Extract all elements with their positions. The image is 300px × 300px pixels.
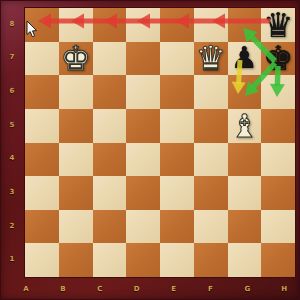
square-b3[interactable] [59,176,93,210]
square-g1[interactable] [228,243,262,277]
square-c3[interactable] [93,176,127,210]
square-c4[interactable] [93,143,127,177]
white-bishop[interactable]: ♝ [230,110,259,142]
chess-app-window: ♛♚♛♟♚♝ 87654321ABCDEFGH [0,0,300,300]
square-f8[interactable] [194,8,228,42]
square-d7[interactable] [126,42,160,76]
square-e5[interactable] [160,109,194,143]
square-e8[interactable] [160,8,194,42]
square-f5[interactable] [194,109,228,143]
square-h2[interactable] [261,210,295,244]
square-f6[interactable] [194,75,228,109]
square-e3[interactable] [160,176,194,210]
rank-label-1: 1 [2,256,22,263]
rank-label-8: 8 [2,21,22,28]
square-f4[interactable] [194,143,228,177]
square-d8[interactable] [126,8,160,42]
square-g6[interactable] [228,75,262,109]
file-label-C: C [90,286,110,293]
square-b5[interactable] [59,109,93,143]
square-g8[interactable] [228,8,262,42]
square-f3[interactable] [194,176,228,210]
square-b2[interactable] [59,210,93,244]
square-f1[interactable] [194,243,228,277]
square-b1[interactable] [59,243,93,277]
white-queen[interactable]: ♛ [195,41,225,75]
square-e7[interactable] [160,42,194,76]
square-b8[interactable] [59,8,93,42]
file-label-F: F [201,286,221,293]
square-a7[interactable] [25,42,59,76]
square-e4[interactable] [160,143,194,177]
black-queen[interactable]: ♛ [263,8,293,42]
rank-label-4: 4 [2,155,22,162]
square-c8[interactable] [93,8,127,42]
square-c2[interactable] [93,210,127,244]
square-g5[interactable]: ♝ [228,109,262,143]
square-f2[interactable] [194,210,228,244]
square-d2[interactable] [126,210,160,244]
rank-label-5: 5 [2,122,22,129]
file-label-D: D [127,286,147,293]
square-a3[interactable] [25,176,59,210]
square-b4[interactable] [59,143,93,177]
file-label-B: B [53,286,73,293]
square-f7[interactable]: ♛ [194,42,228,76]
square-e1[interactable] [160,243,194,277]
square-g7[interactable]: ♟ [228,42,262,76]
square-c5[interactable] [93,109,127,143]
square-c6[interactable] [93,75,127,109]
square-d6[interactable] [126,75,160,109]
square-c7[interactable] [93,42,127,76]
square-a8[interactable] [25,8,59,42]
square-g3[interactable] [228,176,262,210]
black-king[interactable]: ♚ [263,41,293,75]
rank-label-2: 2 [2,223,22,230]
board: ♛♚♛♟♚♝ [25,8,295,277]
square-d5[interactable] [126,109,160,143]
square-b6[interactable] [59,75,93,109]
black-pawn[interactable]: ♟ [231,43,258,73]
file-label-G: G [237,286,257,293]
square-b7[interactable]: ♚ [59,42,93,76]
square-c1[interactable] [93,243,127,277]
square-h4[interactable] [261,143,295,177]
square-a1[interactable] [25,243,59,277]
square-h6[interactable] [261,75,295,109]
square-a5[interactable] [25,109,59,143]
square-e6[interactable] [160,75,194,109]
square-h7[interactable]: ♚ [261,42,295,76]
white-king[interactable]: ♚ [60,41,90,75]
square-d3[interactable] [126,176,160,210]
square-a4[interactable] [25,143,59,177]
rank-label-7: 7 [2,54,22,61]
file-label-A: A [16,286,36,293]
rank-label-3: 3 [2,189,22,196]
square-h8[interactable]: ♛ [261,8,295,42]
square-g2[interactable] [228,210,262,244]
square-d1[interactable] [126,243,160,277]
square-h3[interactable] [261,176,295,210]
square-g4[interactable] [228,143,262,177]
square-e2[interactable] [160,210,194,244]
square-a6[interactable] [25,75,59,109]
square-h5[interactable] [261,109,295,143]
file-label-E: E [164,286,184,293]
rank-label-6: 6 [2,88,22,95]
square-h1[interactable] [261,243,295,277]
square-a2[interactable] [25,210,59,244]
file-label-H: H [274,286,294,293]
square-d4[interactable] [126,143,160,177]
